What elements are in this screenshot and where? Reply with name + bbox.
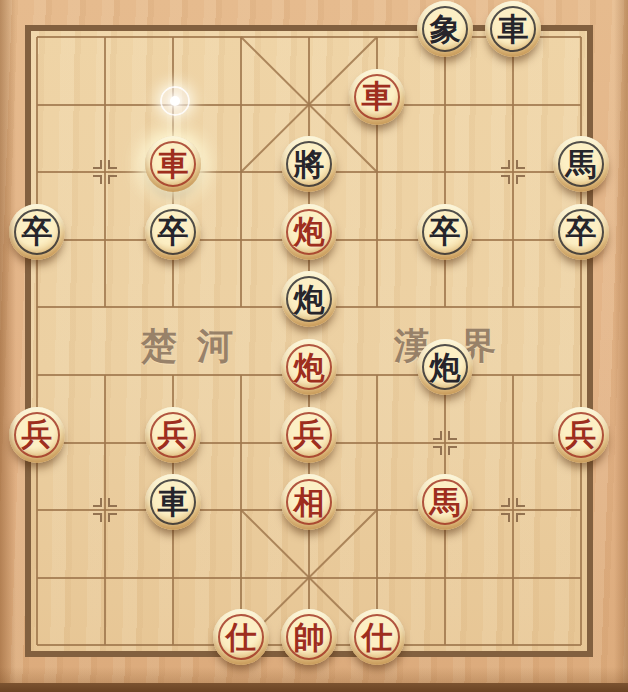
piece-black-elephant[interactable]: 象 <box>417 1 473 57</box>
last-move-origin-marker <box>160 86 190 116</box>
piece-red-soldier[interactable]: 兵 <box>145 407 201 463</box>
piece-glyph: 馬 <box>566 149 597 180</box>
piece-black-general[interactable]: 將 <box>281 136 337 192</box>
piece-black-horse[interactable]: 馬 <box>553 136 609 192</box>
river-label-chu-he: 楚河 <box>141 327 253 363</box>
piece-red-advisor[interactable]: 仕 <box>349 609 405 665</box>
piece-black-soldier[interactable]: 卒 <box>9 204 65 260</box>
piece-black-chariot[interactable]: 車 <box>485 1 541 57</box>
piece-black-soldier[interactable]: 卒 <box>417 204 473 260</box>
piece-glyph: 將 <box>294 149 325 180</box>
piece-red-soldier[interactable]: 兵 <box>281 407 337 463</box>
piece-glyph: 車 <box>362 81 393 112</box>
piece-red-advisor[interactable]: 仕 <box>213 609 269 665</box>
piece-glyph: 仕 <box>226 622 257 653</box>
piece-glyph: 仕 <box>362 622 393 653</box>
piece-black-cannon[interactable]: 炮 <box>417 339 473 395</box>
piece-red-cannon[interactable]: 炮 <box>281 339 337 395</box>
piece-red-soldier[interactable]: 兵 <box>553 407 609 463</box>
piece-red-soldier[interactable]: 兵 <box>9 407 65 463</box>
table-edge-bottom-shade <box>0 667 628 683</box>
table-edge <box>0 683 628 692</box>
piece-black-chariot[interactable]: 車 <box>145 474 201 530</box>
piece-red-chariot[interactable]: 車 <box>349 69 405 125</box>
piece-black-cannon[interactable]: 炮 <box>281 271 337 327</box>
xiangqi-app: 楚河 漢界 象車車車將馬卒卒炮卒卒炮炮炮兵兵兵兵車相馬仕帥仕 <box>0 0 628 692</box>
piece-glyph: 兵 <box>294 419 325 450</box>
piece-glyph: 馬 <box>430 487 461 518</box>
piece-red-general[interactable]: 帥 <box>281 609 337 665</box>
piece-red-horse[interactable]: 馬 <box>417 474 473 530</box>
piece-glyph: 象 <box>430 14 461 45</box>
piece-glyph: 卒 <box>430 216 461 247</box>
piece-glyph: 兵 <box>22 419 53 450</box>
piece-glyph: 車 <box>498 14 529 45</box>
piece-glyph: 車 <box>158 149 189 180</box>
piece-glyph: 帥 <box>294 622 325 653</box>
piece-glyph: 炮 <box>430 352 461 383</box>
piece-red-cannon[interactable]: 炮 <box>281 204 337 260</box>
piece-black-soldier[interactable]: 卒 <box>145 204 201 260</box>
piece-glyph: 卒 <box>158 216 189 247</box>
piece-glyph: 兵 <box>566 419 597 450</box>
piece-black-soldier[interactable]: 卒 <box>553 204 609 260</box>
piece-glyph: 車 <box>158 487 189 518</box>
piece-glyph: 炮 <box>294 216 325 247</box>
piece-glyph: 相 <box>294 487 325 518</box>
piece-red-elephant[interactable]: 相 <box>281 474 337 530</box>
piece-glyph: 炮 <box>294 352 325 383</box>
piece-red-chariot[interactable]: 車 <box>145 136 201 192</box>
piece-glyph: 炮 <box>294 284 325 315</box>
piece-glyph: 卒 <box>22 216 53 247</box>
piece-glyph: 卒 <box>566 216 597 247</box>
piece-glyph: 兵 <box>158 419 189 450</box>
